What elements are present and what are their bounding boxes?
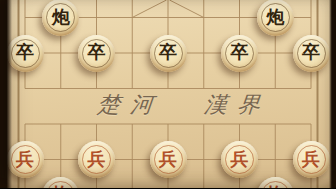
- letterbox-bar-left: [0, 0, 12, 188]
- xiangqi-piece-red-6-6[interactable]: 兵: [221, 141, 258, 178]
- xiangqi-piece-black-0-3[interactable]: 卒: [7, 35, 44, 72]
- xiangqi-piece-red-2-6[interactable]: 兵: [78, 141, 115, 178]
- piece-character: 炮: [257, 0, 294, 35]
- river-label-han-jie: 漢界: [203, 94, 271, 116]
- xiangqi-piece-black-8-3[interactable]: 卒: [293, 35, 330, 72]
- piece-character: 兵: [7, 140, 44, 177]
- piece-character: 兵: [221, 140, 258, 177]
- xiangqi-board: 楚河 漢界 炮炮卒卒卒卒卒兵兵兵兵兵炮炮: [0, 0, 336, 188]
- piece-character: 兵: [293, 140, 330, 177]
- piece-character: 卒: [293, 34, 330, 71]
- piece-character: 卒: [221, 34, 258, 71]
- xiangqi-piece-red-7-7[interactable]: 炮: [257, 177, 294, 189]
- piece-character: 兵: [150, 140, 187, 177]
- piece-character: 兵: [78, 140, 115, 177]
- piece-character: 卒: [150, 34, 187, 71]
- piece-character: 卒: [78, 34, 115, 71]
- xiangqi-piece-red-0-6[interactable]: 兵: [7, 141, 44, 178]
- river-label-chu-he: 楚河: [96, 94, 164, 116]
- xiangqi-piece-red-8-6[interactable]: 兵: [293, 141, 330, 178]
- xiangqi-piece-red-1-7[interactable]: 炮: [42, 177, 79, 189]
- xiangqi-piece-red-4-6[interactable]: 兵: [150, 141, 187, 178]
- xiangqi-piece-black-6-3[interactable]: 卒: [221, 35, 258, 72]
- piece-character: 炮: [257, 176, 294, 189]
- piece-character: 炮: [42, 176, 79, 189]
- piece-character: 卒: [7, 34, 44, 71]
- piece-character: 炮: [42, 0, 79, 35]
- xiangqi-piece-black-7-2[interactable]: 炮: [257, 0, 294, 36]
- xiangqi-piece-black-4-3[interactable]: 卒: [150, 35, 187, 72]
- xiangqi-piece-black-2-3[interactable]: 卒: [78, 35, 115, 72]
- letterbox-bar-right: [329, 0, 336, 188]
- xiangqi-piece-black-1-2[interactable]: 炮: [42, 0, 79, 36]
